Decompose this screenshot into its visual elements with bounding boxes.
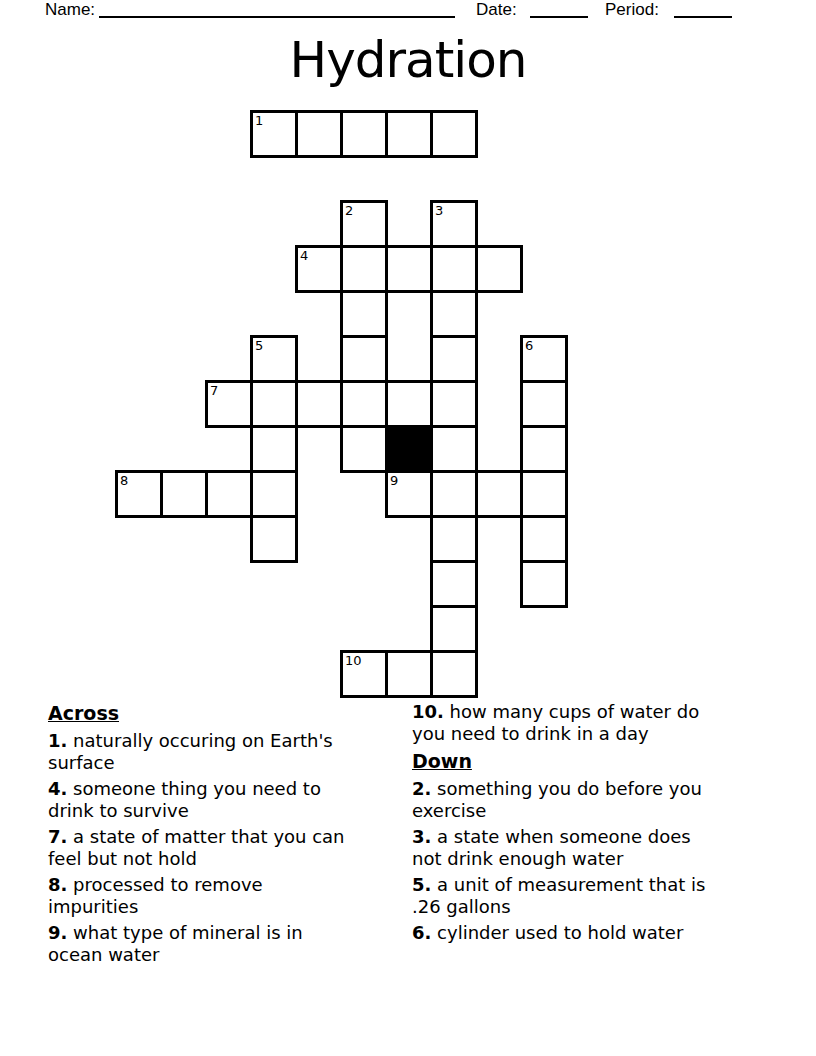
grid-cell-r8c3[interactable] bbox=[250, 470, 298, 518]
clue-number-7: 7 bbox=[210, 383, 218, 398]
grid-cell-r6c4[interactable] bbox=[295, 380, 343, 428]
grid-cell-r8c7[interactable] bbox=[430, 470, 478, 518]
grid-cell-r5c7[interactable] bbox=[430, 335, 478, 383]
date-label: Date: bbox=[476, 0, 517, 20]
page-title: Hydration bbox=[0, 30, 816, 90]
grid-cell-r0c7[interactable] bbox=[430, 110, 478, 158]
crossword-worksheet: Name: Date: Period: Hydration 1234567891… bbox=[0, 0, 816, 1056]
grid-cell-r12c7[interactable] bbox=[430, 650, 478, 698]
clue-6: 6. cylinder used to hold water bbox=[412, 922, 766, 944]
black-cell bbox=[385, 425, 433, 473]
period-label: Period: bbox=[605, 0, 659, 20]
clue-number-1: 1 bbox=[255, 113, 263, 128]
clue-number-10: 10 bbox=[345, 653, 362, 668]
grid-cell-r0c4[interactable] bbox=[295, 110, 343, 158]
grid-cell-r8c0[interactable]: 8 bbox=[115, 470, 163, 518]
grid-cell-r7c3[interactable] bbox=[250, 425, 298, 473]
grid-cell-r6c6[interactable] bbox=[385, 380, 433, 428]
grid-cell-r6c5[interactable] bbox=[340, 380, 388, 428]
clue-number-3: 3 bbox=[435, 203, 443, 218]
grid-cell-r5c5[interactable] bbox=[340, 335, 388, 383]
grid-cell-r7c9[interactable] bbox=[520, 425, 568, 473]
grid-cell-r5c9[interactable]: 6 bbox=[520, 335, 568, 383]
name-blank-line[interactable] bbox=[99, 16, 455, 18]
down-heading: Down bbox=[412, 749, 766, 773]
clue-5: 5. a unit of measurement that is.26 gall… bbox=[412, 874, 766, 918]
grid-cell-r8c1[interactable] bbox=[160, 470, 208, 518]
clue-number-6: 6 bbox=[525, 338, 533, 353]
grid-cell-r3c6[interactable] bbox=[385, 245, 433, 293]
grid-cell-r8c9[interactable] bbox=[520, 470, 568, 518]
clue-number-5: 5 bbox=[255, 338, 263, 353]
clue-10: 10. how many cups of water doyou need to… bbox=[412, 701, 766, 745]
grid-cell-r6c7[interactable] bbox=[430, 380, 478, 428]
grid-cell-r4c5[interactable] bbox=[340, 290, 388, 338]
grid-cell-r0c6[interactable] bbox=[385, 110, 433, 158]
grid-cell-r6c2[interactable]: 7 bbox=[205, 380, 253, 428]
date-blank-line[interactable] bbox=[530, 16, 588, 18]
grid-cell-r7c7[interactable] bbox=[430, 425, 478, 473]
clues-column-left: Across1. naturally occuring on Earth'ssu… bbox=[48, 701, 402, 970]
grid-cell-r12c6[interactable] bbox=[385, 650, 433, 698]
clue-8: 8. processed to removeimpurities bbox=[48, 874, 402, 918]
grid-cell-r4c7[interactable] bbox=[430, 290, 478, 338]
grid-cell-r0c3[interactable]: 1 bbox=[250, 110, 298, 158]
clue-number-9: 9 bbox=[390, 473, 398, 488]
grid-cell-r0c5[interactable] bbox=[340, 110, 388, 158]
grid-cell-r3c8[interactable] bbox=[475, 245, 523, 293]
grid-cell-r3c7[interactable] bbox=[430, 245, 478, 293]
grid-cell-r2c7[interactable]: 3 bbox=[430, 200, 478, 248]
grid-cell-r3c4[interactable]: 4 bbox=[295, 245, 343, 293]
grid-cell-r2c5[interactable]: 2 bbox=[340, 200, 388, 248]
clue-1: 1. naturally occuring on Earth'ssurface bbox=[48, 730, 402, 774]
clue-number-4: 4 bbox=[300, 248, 308, 263]
name-label: Name: bbox=[45, 0, 95, 20]
clue-2: 2. something you do before youexercise bbox=[412, 778, 766, 822]
grid-cell-r3c5[interactable] bbox=[340, 245, 388, 293]
period-blank-line[interactable] bbox=[674, 16, 732, 18]
clue-7: 7. a state of matter that you canfeel bu… bbox=[48, 826, 402, 870]
clue-number-8: 8 bbox=[120, 473, 128, 488]
clue-3: 3. a state when someone doesnot drink en… bbox=[412, 826, 766, 870]
grid-cell-r7c5[interactable] bbox=[340, 425, 388, 473]
grid-cell-r8c2[interactable] bbox=[205, 470, 253, 518]
grid-cell-r6c9[interactable] bbox=[520, 380, 568, 428]
clue-9: 9. what type of mineral is inocean water bbox=[48, 922, 402, 966]
grid-cell-r8c8[interactable] bbox=[475, 470, 523, 518]
grid-cell-r6c3[interactable] bbox=[250, 380, 298, 428]
grid-cell-r10c7[interactable] bbox=[430, 560, 478, 608]
grid-cell-r12c5[interactable]: 10 bbox=[340, 650, 388, 698]
clue-4: 4. someone thing you need todrink to sur… bbox=[48, 778, 402, 822]
clues-column-right: 10. how many cups of water doyou need to… bbox=[412, 701, 766, 948]
grid-cell-r9c7[interactable] bbox=[430, 515, 478, 563]
crossword-grid[interactable]: 12345678910 bbox=[115, 110, 568, 698]
grid-cell-r9c9[interactable] bbox=[520, 515, 568, 563]
grid-cell-r11c7[interactable] bbox=[430, 605, 478, 653]
clue-number-2: 2 bbox=[345, 203, 353, 218]
grid-cell-r10c9[interactable] bbox=[520, 560, 568, 608]
grid-cell-r5c3[interactable]: 5 bbox=[250, 335, 298, 383]
grid-cell-r8c6[interactable]: 9 bbox=[385, 470, 433, 518]
grid-cell-r9c3[interactable] bbox=[250, 515, 298, 563]
across-heading: Across bbox=[48, 701, 402, 725]
